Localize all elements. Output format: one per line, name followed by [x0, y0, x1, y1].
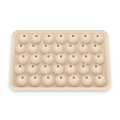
dome-piece[interactable]: ●: [31, 34, 42, 44]
dome-piece[interactable]: ●: [14, 64, 26, 75]
dome-piece[interactable]: ●: [40, 43, 51, 53]
piece-dot-icon: ●: [35, 55, 37, 57]
dome-piece[interactable]: ●: [55, 34, 66, 44]
dome-piece[interactable]: ●: [43, 34, 54, 44]
piece-dot-icon: ●: [19, 65, 21, 67]
piece-dot-icon: ●: [86, 76, 88, 78]
dome-piece[interactable]: ●: [55, 54, 66, 64]
photo-background: ●●●●●●●●●●●●●●●●●●●●●●●●●●●●●●●●●●●: [0, 0, 120, 120]
board-row: ●●●●●●●: [15, 75, 107, 86]
piece-dot-icon: ●: [32, 45, 34, 47]
dome-piece[interactable]: ●: [65, 64, 76, 75]
dome-piece[interactable]: ●: [80, 34, 91, 44]
piece-dot-icon: ●: [57, 65, 59, 67]
board-grid: ●●●●●●●●●●●●●●●●●●●●●●●●●●●●●●●●●●●: [14, 34, 105, 85]
piece-dot-icon: ●: [20, 45, 22, 47]
piece-dot-icon: ●: [85, 55, 87, 57]
dome-piece[interactable]: ●: [27, 64, 39, 75]
piece-dot-icon: ●: [95, 45, 97, 47]
piece-dot-icon: ●: [60, 35, 62, 37]
piece-dot-icon: ●: [70, 45, 72, 47]
dome-piece[interactable]: ●: [68, 54, 79, 64]
dome-piece[interactable]: ●: [90, 43, 101, 53]
piece-dot-icon: ●: [98, 55, 100, 57]
dome-piece[interactable]: ●: [29, 75, 41, 86]
piece-dot-icon: ●: [85, 35, 87, 37]
dome-piece[interactable]: ●: [93, 54, 105, 64]
piece-dot-icon: ●: [72, 35, 74, 37]
piece-dot-icon: ●: [73, 55, 75, 57]
piece-dot-icon: ●: [23, 35, 25, 37]
piece-dot-icon: ●: [47, 55, 49, 57]
dome-piece[interactable]: ●: [52, 64, 63, 75]
piece-dot-icon: ●: [47, 76, 49, 78]
piece-dot-icon: ●: [97, 35, 99, 37]
piece-dot-icon: ●: [99, 76, 101, 78]
dome-piece[interactable]: ●: [18, 34, 29, 44]
dome-piece[interactable]: ●: [93, 34, 104, 44]
dome-piece[interactable]: ●: [55, 75, 66, 86]
piece-dot-icon: ●: [35, 35, 37, 37]
dome-piece[interactable]: ●: [42, 75, 54, 86]
dome-piece[interactable]: ●: [53, 43, 64, 53]
dome-piece[interactable]: ●: [43, 54, 54, 64]
game-tray: ●●●●●●●●●●●●●●●●●●●●●●●●●●●●●●●●●●●: [9, 30, 111, 90]
dome-piece[interactable]: ●: [16, 75, 28, 86]
dome-piece[interactable]: ●: [81, 75, 93, 86]
dome-piece[interactable]: ●: [68, 34, 79, 44]
board-row: ●●●●●●●: [16, 54, 105, 64]
dome-piece[interactable]: ●: [30, 54, 41, 64]
dome-piece[interactable]: ●: [15, 43, 26, 53]
dome-piece[interactable]: ●: [94, 75, 106, 86]
dome-piece[interactable]: ●: [39, 64, 50, 75]
piece-dot-icon: ●: [45, 45, 47, 47]
board-row: ●●●●●●●: [17, 34, 104, 44]
dome-piece[interactable]: ●: [27, 43, 38, 53]
piece-dot-icon: ●: [21, 76, 23, 78]
dome-piece[interactable]: ●: [91, 64, 103, 75]
dome-piece[interactable]: ●: [65, 43, 76, 53]
piece-dot-icon: ●: [83, 65, 85, 67]
board-row: ●●●●●●●: [14, 43, 102, 53]
piece-dot-icon: ●: [70, 65, 72, 67]
piece-dot-icon: ●: [60, 76, 62, 78]
piece-dot-icon: ●: [31, 65, 33, 67]
piece-dot-icon: ●: [22, 55, 24, 57]
dome-piece[interactable]: ●: [78, 64, 90, 75]
board-row: ●●●●●●●: [13, 64, 103, 75]
piece-dot-icon: ●: [44, 65, 46, 67]
piece-dot-icon: ●: [48, 35, 50, 37]
dome-piece[interactable]: ●: [78, 43, 89, 53]
piece-dot-icon: ●: [57, 45, 59, 47]
piece-dot-icon: ●: [73, 76, 75, 78]
dome-piece[interactable]: ●: [17, 54, 29, 64]
piece-dot-icon: ●: [82, 45, 84, 47]
piece-dot-icon: ●: [34, 76, 36, 78]
dome-piece[interactable]: ●: [68, 75, 80, 86]
dome-piece[interactable]: ●: [81, 54, 92, 64]
piece-dot-icon: ●: [60, 55, 62, 57]
piece-dot-icon: ●: [95, 65, 97, 67]
